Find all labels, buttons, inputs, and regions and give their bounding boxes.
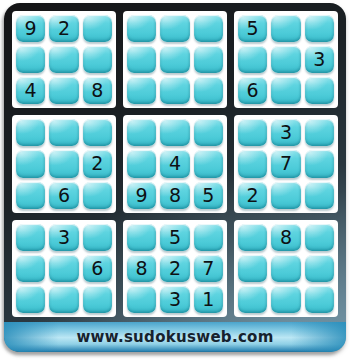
cell-r1c7[interactable]: 5 [238, 15, 267, 42]
cell-r2c5[interactable] [160, 46, 189, 73]
cell-r2c2[interactable] [49, 46, 78, 73]
cell-r2c7[interactable] [238, 46, 267, 73]
cell-r5c1[interactable] [16, 150, 45, 177]
cell-r9c2[interactable] [49, 286, 78, 313]
footer-bar: www.sudokusweb.com [4, 322, 346, 352]
cell-r6c7[interactable]: 2 [238, 182, 267, 209]
cell-r6c2[interactable]: 6 [49, 182, 78, 209]
box-3: 536 [234, 11, 338, 108]
box-2 [123, 11, 227, 108]
cell-r3c7[interactable]: 6 [238, 77, 267, 104]
cell-r1c1[interactable]: 9 [16, 15, 45, 42]
cell-r4c3[interactable] [83, 119, 112, 146]
sudoku-board-frame: 9248536264985372365827318 www.sudokusweb… [4, 3, 346, 352]
cell-r1c8[interactable] [271, 15, 300, 42]
cell-r2c8[interactable] [271, 46, 300, 73]
box-1: 9248 [12, 11, 116, 108]
cell-r3c8[interactable] [271, 77, 300, 104]
cell-r8c5[interactable]: 2 [160, 255, 189, 282]
cell-r8c2[interactable] [49, 255, 78, 282]
cell-r3c6[interactable] [194, 77, 223, 104]
cell-r1c3[interactable] [83, 15, 112, 42]
cell-r4c8[interactable]: 3 [271, 119, 300, 146]
cell-r7c2[interactable]: 3 [49, 224, 78, 251]
cell-r2c4[interactable] [127, 46, 156, 73]
cell-r9c3[interactable] [83, 286, 112, 313]
cell-r5c8[interactable]: 7 [271, 150, 300, 177]
cell-r8c8[interactable] [271, 255, 300, 282]
cell-r1c9[interactable] [305, 15, 334, 42]
cell-r4c9[interactable] [305, 119, 334, 146]
cell-r5c2[interactable] [49, 150, 78, 177]
cell-r8c9[interactable] [305, 255, 334, 282]
cell-r4c6[interactable] [194, 119, 223, 146]
cell-r5c9[interactable] [305, 150, 334, 177]
cell-r9c6[interactable]: 1 [194, 286, 223, 313]
cell-r8c7[interactable] [238, 255, 267, 282]
cell-r4c7[interactable] [238, 119, 267, 146]
cell-r6c8[interactable] [271, 182, 300, 209]
cell-r5c4[interactable] [127, 150, 156, 177]
cell-r7c7[interactable] [238, 224, 267, 251]
cell-r3c9[interactable] [305, 77, 334, 104]
cell-r3c4[interactable] [127, 77, 156, 104]
cell-r9c9[interactable] [305, 286, 334, 313]
cell-r6c9[interactable] [305, 182, 334, 209]
cell-r3c5[interactable] [160, 77, 189, 104]
cell-r1c4[interactable] [127, 15, 156, 42]
cell-r8c6[interactable]: 7 [194, 255, 223, 282]
cell-r3c2[interactable] [49, 77, 78, 104]
box-8: 582731 [123, 220, 227, 317]
cell-r3c1[interactable]: 4 [16, 77, 45, 104]
cell-r1c5[interactable] [160, 15, 189, 42]
cell-r4c5[interactable] [160, 119, 189, 146]
box-6: 372 [234, 115, 338, 212]
cell-r1c6[interactable] [194, 15, 223, 42]
cell-r5c5[interactable]: 4 [160, 150, 189, 177]
cell-r7c3[interactable] [83, 224, 112, 251]
cell-r7c9[interactable] [305, 224, 334, 251]
cell-r6c3[interactable] [83, 182, 112, 209]
box-4: 26 [12, 115, 116, 212]
cell-r6c5[interactable]: 8 [160, 182, 189, 209]
cell-r4c2[interactable] [49, 119, 78, 146]
cell-r2c9[interactable]: 3 [305, 46, 334, 73]
cell-r4c1[interactable] [16, 119, 45, 146]
cell-r9c4[interactable] [127, 286, 156, 313]
cell-r9c5[interactable]: 3 [160, 286, 189, 313]
cell-r8c3[interactable]: 6 [83, 255, 112, 282]
box-5: 4985 [123, 115, 227, 212]
cell-r5c3[interactable]: 2 [83, 150, 112, 177]
cell-r7c4[interactable] [127, 224, 156, 251]
cell-r6c1[interactable] [16, 182, 45, 209]
cell-r7c5[interactable]: 5 [160, 224, 189, 251]
cell-r3c3[interactable]: 8 [83, 77, 112, 104]
cell-r2c6[interactable] [194, 46, 223, 73]
cell-r7c8[interactable]: 8 [271, 224, 300, 251]
cell-r8c4[interactable]: 8 [127, 255, 156, 282]
cell-r9c1[interactable] [16, 286, 45, 313]
cell-r7c6[interactable] [194, 224, 223, 251]
cell-r6c6[interactable]: 5 [194, 182, 223, 209]
cell-r2c1[interactable] [16, 46, 45, 73]
cell-r2c3[interactable] [83, 46, 112, 73]
cell-r6c4[interactable]: 9 [127, 182, 156, 209]
cell-r8c1[interactable] [16, 255, 45, 282]
cell-r7c1[interactable] [16, 224, 45, 251]
cell-r9c8[interactable] [271, 286, 300, 313]
cell-r4c4[interactable] [127, 119, 156, 146]
cell-r5c7[interactable] [238, 150, 267, 177]
cell-r5c6[interactable] [194, 150, 223, 177]
sudoku-page: 9248536264985372365827318 www.sudokusweb… [0, 0, 350, 360]
box-7: 36 [12, 220, 116, 317]
cell-r1c2[interactable]: 2 [49, 15, 78, 42]
sudoku-board: 9248536264985372365827318 [12, 11, 338, 317]
cell-r9c7[interactable] [238, 286, 267, 313]
box-9: 8 [234, 220, 338, 317]
site-url-link[interactable]: www.sudokusweb.com [76, 328, 273, 346]
